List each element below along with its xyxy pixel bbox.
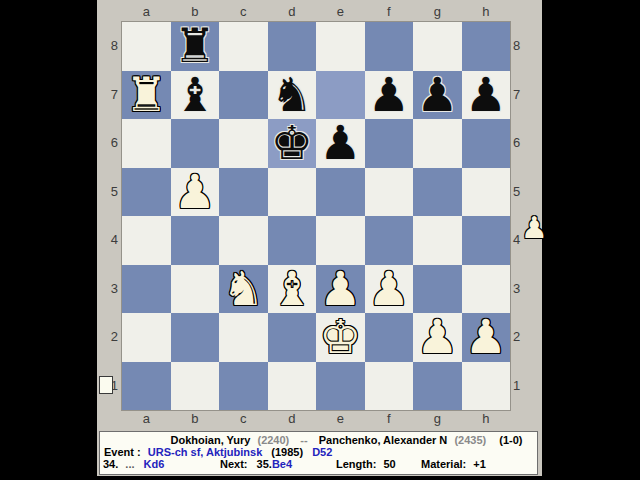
- square-e8: [316, 22, 365, 71]
- next-move-link[interactable]: Be4: [272, 458, 292, 470]
- length-group: Length: 50: [336, 458, 396, 470]
- square-f7: ♟: [365, 71, 414, 120]
- rank-label-right-3: 3: [511, 265, 535, 314]
- white-pawn: ♟: [368, 265, 410, 313]
- white-rook: ♜: [125, 71, 167, 119]
- square-f6: [365, 119, 414, 168]
- square-b3: [171, 265, 220, 314]
- event-year: (1985): [271, 446, 303, 458]
- rank-label-left-3: 3: [97, 265, 118, 314]
- square-e4: [316, 216, 365, 265]
- event-name-link[interactable]: URS-ch sf, Aktjubinsk: [148, 446, 263, 458]
- last-move-link[interactable]: Kd6: [144, 458, 165, 470]
- side-to-move-indicator: [99, 376, 113, 394]
- rank-label-right-2: 2: [511, 313, 535, 362]
- square-d4: [268, 216, 317, 265]
- square-a7: ♜: [122, 71, 171, 120]
- players-separator: --: [300, 434, 307, 446]
- players-line: Dokhoian, Yury (2240) -- Panchenko, Alex…: [100, 434, 537, 446]
- square-h5: [462, 168, 511, 217]
- square-c2: [219, 313, 268, 362]
- file-label-bottom-f: f: [365, 411, 414, 427]
- rank-label-left-6: 6: [97, 119, 118, 168]
- file-label-top-h: h: [462, 4, 511, 20]
- rank-label-left-5: 5: [97, 168, 118, 217]
- black-pawn: ♟: [416, 71, 458, 119]
- square-f5: [365, 168, 414, 217]
- square-d8: [268, 22, 317, 71]
- square-g6: [413, 119, 462, 168]
- square-d7: ♞: [268, 71, 317, 120]
- square-a5: [122, 168, 171, 217]
- white-player-name: Dokhoian, Yury: [171, 434, 251, 446]
- file-label-bottom-g: g: [413, 411, 462, 427]
- square-b7: ♝: [171, 71, 220, 120]
- square-e1: [316, 362, 365, 411]
- square-g4: [413, 216, 462, 265]
- file-label-top-f: f: [365, 4, 414, 20]
- square-a6: [122, 119, 171, 168]
- square-d2: [268, 313, 317, 362]
- square-d1: [268, 362, 317, 411]
- square-e7: [316, 71, 365, 120]
- material-group: Material: +1: [421, 458, 486, 470]
- square-c5: [219, 168, 268, 217]
- white-pawn: ♟: [319, 265, 361, 313]
- black-pawn: ♟: [368, 71, 410, 119]
- white-pawn: ♟: [174, 168, 216, 216]
- moves-line: 34. ... Kd6 Next: 35.Be4 Length: 50 Mate…: [100, 458, 537, 470]
- square-f2: [365, 313, 414, 362]
- square-g5: [413, 168, 462, 217]
- material-advantage-pawn-icon: ♟: [521, 212, 543, 244]
- game-result: (1-0): [499, 434, 522, 446]
- white-knight: ♞: [222, 265, 264, 313]
- move-number: 34.: [103, 458, 118, 470]
- file-label-top-c: c: [219, 4, 268, 20]
- rank-label-left-8: 8: [97, 22, 118, 71]
- rank-label-left-4: 4: [97, 216, 118, 265]
- square-a1: [122, 362, 171, 411]
- file-label-top-d: d: [268, 4, 317, 20]
- chess-board: ♜♜♝♞♟♟♟♚♟♟♞♝♟♟♚♟♟: [121, 21, 511, 411]
- square-f3: ♟: [365, 265, 414, 314]
- file-label-bottom-h: h: [462, 411, 511, 427]
- file-label-top-b: b: [171, 4, 220, 20]
- game-info-panel: Dokhoian, Yury (2240) -- Panchenko, Alex…: [99, 431, 538, 475]
- square-b6: [171, 119, 220, 168]
- next-move-group: Next: 35.Be4: [220, 458, 292, 470]
- file-label-top-a: a: [122, 4, 171, 20]
- square-g3: [413, 265, 462, 314]
- white-pawn: ♟: [465, 313, 507, 361]
- file-label-bottom-b: b: [171, 411, 220, 427]
- black-rook: ♜: [174, 22, 216, 70]
- square-c1: [219, 362, 268, 411]
- square-b8: ♜: [171, 22, 220, 71]
- rank-label-right-6: 6: [511, 119, 535, 168]
- square-a4: [122, 216, 171, 265]
- square-h1: [462, 362, 511, 411]
- next-move-number: 35.: [257, 458, 272, 470]
- file-label-top-g: g: [413, 4, 462, 20]
- length-value: 50: [383, 458, 395, 470]
- square-e2: ♚: [316, 313, 365, 362]
- square-g1: [413, 362, 462, 411]
- last-move-group: 34. ... Kd6: [103, 458, 164, 470]
- file-label-bottom-a: a: [122, 411, 171, 427]
- square-a2: [122, 313, 171, 362]
- square-h8: [462, 22, 511, 71]
- white-king: ♚: [319, 313, 361, 361]
- square-g8: [413, 22, 462, 71]
- next-label: Next:: [220, 458, 248, 470]
- rank-label-right-1: 1: [511, 362, 535, 411]
- rank-label-left-7: 7: [97, 71, 118, 120]
- rank-label-left-2: 2: [97, 313, 118, 362]
- eco-code-link[interactable]: D52: [312, 446, 332, 458]
- square-f8: [365, 22, 414, 71]
- material-label: Material:: [421, 458, 466, 470]
- square-b1: [171, 362, 220, 411]
- event-line: Event : URS-ch sf, Aktjubinsk (1985) D52: [100, 446, 537, 458]
- square-h3: [462, 265, 511, 314]
- square-h4: [462, 216, 511, 265]
- material-value: +1: [473, 458, 486, 470]
- square-g2: ♟: [413, 313, 462, 362]
- event-label: Event :: [104, 446, 141, 458]
- rank-label-right-8: 8: [511, 22, 535, 71]
- square-f1: [365, 362, 414, 411]
- square-c7: [219, 71, 268, 120]
- chess-viewer-stage: ♜♜♝♞♟♟♟♚♟♟♞♝♟♟♚♟♟ abcdefgh abcdefgh 8765…: [97, 0, 542, 476]
- black-knight: ♞: [271, 71, 313, 119]
- length-label: Length:: [336, 458, 376, 470]
- black-pawn: ♟: [465, 71, 507, 119]
- move-ellipsis: ...: [125, 458, 134, 470]
- square-e5: [316, 168, 365, 217]
- square-b2: [171, 313, 220, 362]
- white-player-elo: (2240): [257, 434, 289, 446]
- square-e3: ♟: [316, 265, 365, 314]
- rank-label-right-7: 7: [511, 71, 535, 120]
- square-g7: ♟: [413, 71, 462, 120]
- white-pawn: ♟: [416, 313, 458, 361]
- black-king: ♚: [271, 119, 313, 167]
- file-label-bottom-e: e: [316, 411, 365, 427]
- square-e6: ♟: [316, 119, 365, 168]
- square-d5: [268, 168, 317, 217]
- square-c3: ♞: [219, 265, 268, 314]
- file-label-bottom-d: d: [268, 411, 317, 427]
- square-f4: [365, 216, 414, 265]
- file-label-top-e: e: [316, 4, 365, 20]
- black-player-name: Panchenko, Alexander N: [319, 434, 448, 446]
- square-b4: [171, 216, 220, 265]
- black-bishop: ♝: [174, 71, 216, 119]
- square-b5: ♟: [171, 168, 220, 217]
- file-label-bottom-c: c: [219, 411, 268, 427]
- white-bishop: ♝: [271, 265, 313, 313]
- black-pawn: ♟: [319, 119, 361, 167]
- square-h7: ♟: [462, 71, 511, 120]
- square-c6: [219, 119, 268, 168]
- square-a3: [122, 265, 171, 314]
- black-player-elo: (2435): [454, 434, 486, 446]
- square-h2: ♟: [462, 313, 511, 362]
- square-a8: [122, 22, 171, 71]
- square-c4: [219, 216, 268, 265]
- rank-label-right-5: 5: [511, 168, 535, 217]
- square-h6: [462, 119, 511, 168]
- square-c8: [219, 22, 268, 71]
- square-d3: ♝: [268, 265, 317, 314]
- square-d6: ♚: [268, 119, 317, 168]
